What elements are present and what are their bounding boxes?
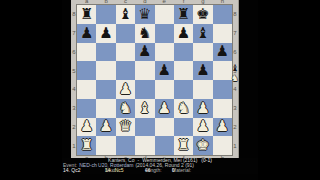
- square-b8[interactable]: [96, 5, 115, 24]
- piece-white-pawn-b2[interactable]: ♟: [99, 119, 112, 134]
- square-b6[interactable]: [96, 43, 115, 62]
- square-h1[interactable]: [213, 136, 232, 155]
- file-label-top-g: g: [199, 0, 207, 4]
- square-f2[interactable]: [174, 118, 193, 137]
- piece-black-pawn-a7[interactable]: ♟: [80, 26, 93, 41]
- rank-label-left-7: 7: [71, 30, 78, 36]
- piece-white-knight-c3[interactable]: ♞: [119, 101, 132, 116]
- square-e4[interactable]: [155, 80, 174, 99]
- last-move: 14. Qc2: [63, 168, 81, 173]
- rank-label-right-4: 4: [231, 86, 239, 92]
- rank-label-left-1: 1: [71, 143, 78, 149]
- square-d8[interactable]: ♛: [135, 5, 154, 24]
- square-a5[interactable]: [77, 61, 96, 80]
- square-c7[interactable]: [116, 24, 135, 43]
- square-a1[interactable]: ♜: [77, 136, 96, 155]
- piece-black-bishop-g7[interactable]: ♝: [196, 26, 209, 41]
- piece-white-bishop-d3[interactable]: ♝: [138, 101, 151, 116]
- square-f6[interactable]: [174, 43, 193, 62]
- game-result: (0-1): [201, 157, 212, 163]
- file-label-top-f: f: [180, 0, 188, 4]
- square-c3[interactable]: ♞: [116, 99, 135, 118]
- square-e6[interactable]: [155, 43, 174, 62]
- piece-black-pawn-h6[interactable]: ♟: [216, 44, 229, 59]
- square-g1[interactable]: ♚: [193, 136, 212, 155]
- piece-black-bishop-c8[interactable]: ♝: [119, 7, 132, 22]
- square-g7[interactable]: ♝: [193, 24, 212, 43]
- square-c5[interactable]: [116, 61, 135, 80]
- square-b4[interactable]: [96, 80, 115, 99]
- square-c4[interactable]: ♟: [116, 80, 135, 99]
- square-d5[interactable]: [135, 61, 154, 80]
- piece-black-rook-f8[interactable]: ♜: [177, 7, 190, 22]
- square-h6[interactable]: ♟: [213, 43, 232, 62]
- square-d4[interactable]: [135, 80, 154, 99]
- square-h8[interactable]: [213, 5, 232, 24]
- piece-white-pawn-g3[interactable]: ♟: [196, 101, 209, 116]
- square-g2[interactable]: ♟: [193, 118, 212, 137]
- square-c2[interactable]: ♛: [116, 118, 135, 137]
- square-f4[interactable]: [174, 80, 193, 99]
- square-c1[interactable]: [116, 136, 135, 155]
- board-frame: ♜♝♛♜♚♟♟♞♟♝♟♟♟♟♟♞♝♟♞♟♟♟♛♟♟♜♜♚ 88776655443…: [71, 0, 239, 161]
- file-label-top-e: e: [160, 0, 168, 4]
- rank-label-right-1: 1: [231, 143, 239, 149]
- square-f8[interactable]: ♜: [174, 5, 193, 24]
- piece-white-knight-f3[interactable]: ♞: [177, 101, 190, 116]
- square-g8[interactable]: ♚: [193, 5, 212, 24]
- square-d6[interactable]: ♟: [135, 43, 154, 62]
- file-label-top-b: b: [102, 0, 110, 4]
- piece-white-pawn-c4[interactable]: ♟: [119, 82, 132, 97]
- square-d7[interactable]: ♞: [135, 24, 154, 43]
- rank-label-left-5: 5: [71, 68, 78, 74]
- square-a2[interactable]: ♟: [77, 118, 96, 137]
- rank-label-left-3: 3: [71, 105, 78, 111]
- piece-white-king-g1[interactable]: ♚: [196, 138, 209, 153]
- piece-black-pawn-b7[interactable]: ♟: [99, 26, 112, 41]
- piece-black-rook-a8[interactable]: ♜: [80, 7, 93, 22]
- piece-black-queen-d8[interactable]: ♛: [138, 7, 151, 22]
- square-e5[interactable]: ♟: [155, 61, 174, 80]
- square-h7[interactable]: [213, 24, 232, 43]
- square-h3[interactable]: [213, 99, 232, 118]
- piece-white-pawn-a2[interactable]: ♟: [80, 119, 93, 134]
- square-g6[interactable]: [193, 43, 212, 62]
- piece-black-pawn-e5[interactable]: ♟: [157, 63, 170, 78]
- square-c8[interactable]: ♝: [116, 5, 135, 24]
- moves-line: 14. Qc2 Next: 14...Nc5 Length: 46 Materi…: [62, 168, 258, 173]
- square-a4[interactable]: [77, 80, 96, 99]
- square-e7[interactable]: [155, 24, 174, 43]
- rank-label-right-8: 8: [231, 11, 239, 17]
- square-b3[interactable]: [96, 99, 115, 118]
- square-e8[interactable]: [155, 5, 174, 24]
- square-h2[interactable]: ♟: [213, 118, 232, 137]
- file-label-top-d: d: [141, 0, 149, 4]
- piece-black-pawn-f7[interactable]: ♟: [177, 26, 190, 41]
- square-f1[interactable]: ♜: [174, 136, 193, 155]
- rank-label-left-2: 2: [71, 124, 78, 130]
- square-b2[interactable]: ♟: [96, 118, 115, 137]
- piece-black-king-g8[interactable]: ♚: [196, 7, 209, 22]
- chess-board: ♜♝♛♜♚♟♟♞♟♝♟♟♟♟♟♞♝♟♞♟♟♟♛♟♟♜♜♚: [77, 5, 232, 155]
- square-e3[interactable]: ♟: [155, 99, 174, 118]
- file-label-top-c: c: [121, 0, 129, 4]
- square-e1[interactable]: [155, 136, 174, 155]
- square-a7[interactable]: ♟: [77, 24, 96, 43]
- square-f7[interactable]: ♟: [174, 24, 193, 43]
- piece-white-rook-a1[interactable]: ♜: [80, 138, 93, 153]
- square-g3[interactable]: ♟: [193, 99, 212, 118]
- video-content-area: ♜♝♛♜♚♟♟♞♟♝♟♟♟♟♟♞♝♟♞♟♟♟♛♟♟♜♜♚ 88776655443…: [62, 0, 258, 180]
- rank-label-left-4: 4: [71, 86, 78, 92]
- square-d3[interactable]: ♝: [135, 99, 154, 118]
- rank-label-right-2: 2: [231, 124, 239, 130]
- piece-white-pawn-e3[interactable]: ♟: [157, 101, 170, 116]
- tray-piece-black-bishop: ♝: [231, 63, 239, 73]
- piece-white-pawn-h2[interactable]: ♟: [216, 119, 229, 134]
- square-d2[interactable]: [135, 118, 154, 137]
- tray-piece-white-knight: ♞: [231, 73, 239, 83]
- material-tray: ♝♞: [230, 63, 240, 83]
- piece-black-knight-d7[interactable]: ♞: [138, 26, 151, 41]
- rank-label-right-7: 7: [231, 30, 239, 36]
- square-d1[interactable]: [135, 136, 154, 155]
- piece-black-pawn-d6[interactable]: ♟: [138, 44, 151, 59]
- square-b7[interactable]: ♟: [96, 24, 115, 43]
- square-b5[interactable]: [96, 61, 115, 80]
- piece-white-pawn-g2[interactable]: ♟: [196, 119, 209, 134]
- square-e2[interactable]: [155, 118, 174, 137]
- square-g4[interactable]: [193, 80, 212, 99]
- square-a6[interactable]: [77, 43, 96, 62]
- square-f3[interactable]: ♞: [174, 99, 193, 118]
- piece-white-queen-c2[interactable]: ♛: [119, 119, 132, 134]
- piece-black-pawn-g5[interactable]: ♟: [196, 63, 209, 78]
- rank-label-left-6: 6: [71, 49, 78, 55]
- square-a8[interactable]: ♜: [77, 5, 96, 24]
- file-label-top-h: h: [218, 0, 226, 4]
- square-b1[interactable]: [96, 136, 115, 155]
- rank-label-left-8: 8: [71, 11, 78, 17]
- rank-label-right-6: 6: [231, 49, 239, 55]
- square-a3[interactable]: [77, 99, 96, 118]
- file-label-top-a: a: [83, 0, 91, 4]
- info-panel: Kanters, Co-Wemmerden, Mei (2161)(0-1) E…: [62, 158, 258, 174]
- square-c6[interactable]: [116, 43, 135, 62]
- square-f5[interactable]: [174, 61, 193, 80]
- rank-label-right-3: 3: [231, 105, 239, 111]
- square-g5[interactable]: ♟: [193, 61, 212, 80]
- piece-white-rook-f1[interactable]: ♜: [177, 138, 190, 153]
